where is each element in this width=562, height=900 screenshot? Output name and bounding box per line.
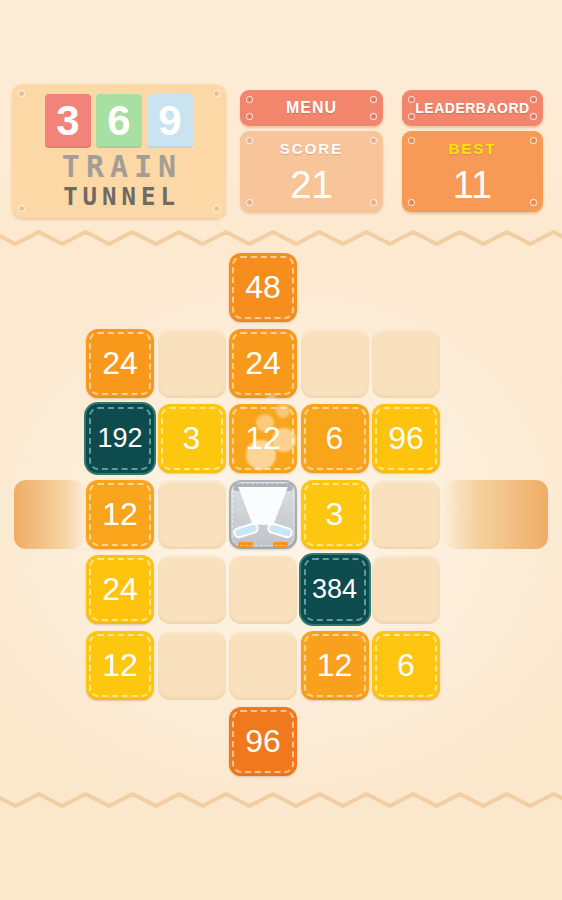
train-piece[interactable] [229, 480, 297, 549]
tile-6[interactable]: 6 [301, 404, 369, 473]
empty-cell [229, 631, 297, 700]
train-headlight-left [232, 521, 260, 539]
train-headlight-right [266, 521, 294, 539]
tile-6[interactable]: 6 [372, 631, 440, 700]
tile-96[interactable]: 96 [372, 404, 440, 473]
tile-96[interactable]: 96 [229, 707, 297, 776]
tile-12[interactable]: 12 [301, 631, 369, 700]
empty-cell [372, 480, 440, 549]
tile-384[interactable]: 384 [301, 555, 369, 624]
empty-cell [229, 555, 297, 624]
tile-3[interactable]: 3 [158, 404, 226, 473]
empty-cell [301, 329, 369, 398]
empty-cell [372, 329, 440, 398]
tile-3[interactable]: 3 [301, 480, 369, 549]
train-windshield [237, 487, 289, 525]
tile-12[interactable]: 12 [86, 480, 154, 549]
tunnel-left [14, 480, 84, 549]
empty-cell [158, 631, 226, 700]
tile-192[interactable]: 192 [86, 404, 154, 473]
empty-cell [158, 555, 226, 624]
train-bumper-left [238, 542, 253, 548]
tile-24[interactable]: 24 [229, 329, 297, 398]
tile-48[interactable]: 48 [229, 253, 297, 322]
tile-12[interactable]: 12 [229, 404, 297, 473]
empty-cell [372, 555, 440, 624]
tile-12[interactable]: 12 [86, 631, 154, 700]
train-bumper-right [273, 542, 288, 548]
tunnel-right [444, 480, 548, 549]
empty-cell [158, 329, 226, 398]
empty-cell [158, 480, 226, 549]
tile-24[interactable]: 24 [86, 555, 154, 624]
screen: 3 6 9 TRAIN TUNNEL MENU LEADERBAORD SCOR… [0, 0, 562, 900]
tile-24[interactable]: 24 [86, 329, 154, 398]
board-grid[interactable]: 482424192312696123243841212696 [0, 0, 562, 900]
